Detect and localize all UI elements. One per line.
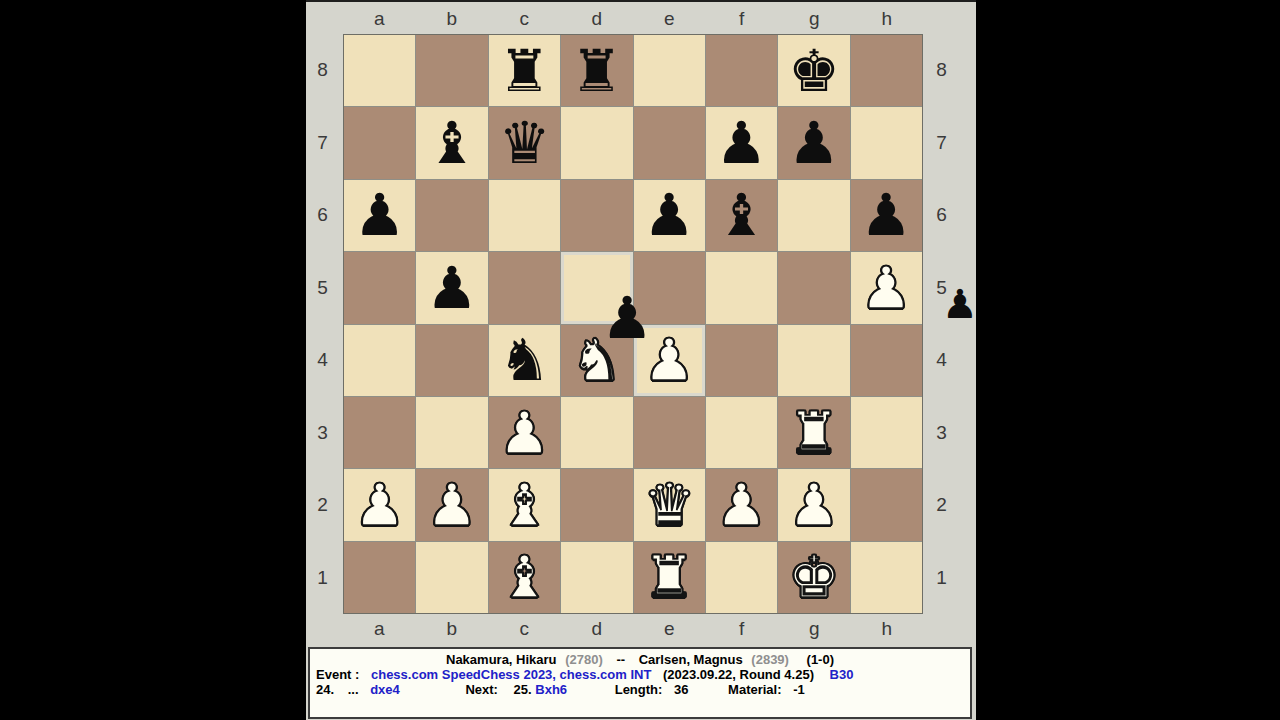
file-label-f: f [706, 616, 779, 642]
white-pawn-b2[interactable]: ♟ [426, 476, 478, 534]
white-king-g1[interactable]: ♚ [788, 548, 840, 606]
square-g4[interactable] [778, 325, 849, 396]
black-pawn-b5[interactable]: ♟ [426, 259, 478, 317]
square-f6[interactable]: ♝ [706, 180, 777, 251]
square-b1[interactable] [416, 542, 487, 613]
next-move-link[interactable]: Bxh6 [535, 682, 567, 697]
file-label-c: c [488, 6, 561, 32]
black-pawn-e6[interactable]: ♟ [643, 186, 695, 244]
move-ellipsis: ... [348, 682, 359, 697]
rank-label-8: 8 [306, 34, 339, 107]
file-label-c: c [488, 616, 561, 642]
file-label-f: f [706, 6, 779, 32]
black-king-g8[interactable]: ♚ [788, 42, 840, 100]
square-a5[interactable] [344, 252, 415, 323]
square-h7[interactable] [851, 107, 922, 178]
black-pawn-a6[interactable]: ♟ [354, 186, 406, 244]
rank-label-7: 7 [306, 107, 339, 180]
square-c1[interactable]: ♝ [489, 542, 560, 613]
players-separator: -- [616, 652, 625, 667]
square-a2[interactable]: ♟ [344, 469, 415, 540]
black-queen-c7[interactable]: ♛ [498, 114, 550, 172]
black-player-name: Carlsen, Magnus [639, 652, 743, 667]
captured-black-pawn-icon: ♟ [942, 284, 978, 324]
white-player-name: Nakamura, Hikaru [446, 652, 557, 667]
rank-label-4: 4 [306, 324, 339, 397]
file-label-g: g [778, 6, 851, 32]
black-pawn-g7[interactable]: ♟ [788, 114, 840, 172]
white-pawn-a2[interactable]: ♟ [354, 476, 406, 534]
square-f1[interactable] [706, 542, 777, 613]
event-details: (2023.09.22, Round 4.25) [663, 667, 814, 682]
square-f8[interactable] [706, 35, 777, 106]
file-label-d: d [561, 6, 634, 32]
file-label-a: a [343, 6, 416, 32]
square-d2[interactable] [561, 469, 632, 540]
square-h1[interactable] [851, 542, 922, 613]
white-pawn-h5[interactable]: ♟ [860, 259, 912, 317]
captured-material-tray: ♟ [940, 282, 980, 326]
rank-label-3: 3 [925, 397, 958, 470]
black-player-rating: (2839) [751, 652, 789, 667]
rank-label-1: 1 [925, 542, 958, 615]
square-g1[interactable]: ♚ [778, 542, 849, 613]
players-line: Nakamura, Hikaru (2780) -- Carlsen, Magn… [310, 652, 970, 667]
black-rook-c8[interactable]: ♜ [498, 42, 550, 100]
square-h6[interactable]: ♟ [851, 180, 922, 251]
square-c5[interactable] [489, 252, 560, 323]
next-label: Next: [465, 682, 498, 697]
square-f4[interactable] [706, 325, 777, 396]
white-bishop-c1[interactable]: ♝ [498, 548, 550, 606]
file-label-b: b [416, 616, 489, 642]
length-value: 36 [674, 682, 688, 697]
white-rook-e1[interactable]: ♜ [643, 548, 695, 606]
square-d8[interactable]: ♜ [561, 35, 632, 106]
square-c2[interactable]: ♝ [489, 469, 560, 540]
eco-code-link[interactable]: B30 [830, 667, 854, 682]
square-h4[interactable] [851, 325, 922, 396]
square-b5[interactable]: ♟ [416, 252, 487, 323]
square-b7[interactable]: ♝ [416, 107, 487, 178]
white-player-rating: (2780) [565, 652, 603, 667]
game-result: (1-0) [807, 652, 834, 667]
square-f3[interactable] [706, 397, 777, 468]
square-e8[interactable] [634, 35, 705, 106]
square-e6[interactable]: ♟ [634, 180, 705, 251]
file-label-e: e [633, 616, 706, 642]
square-c4[interactable]: ♞ [489, 325, 560, 396]
square-b6[interactable] [416, 180, 487, 251]
material-value: -1 [793, 682, 805, 697]
event-line: Event : chess.com SpeedChess 2023, chess… [310, 667, 970, 682]
square-h8[interactable] [851, 35, 922, 106]
last-move-link[interactable]: dxe4 [370, 682, 400, 697]
game-info-panel: Nakamura, Hikaru (2780) -- Carlsen, Magn… [308, 647, 972, 719]
square-a3[interactable] [344, 397, 415, 468]
square-e2[interactable]: ♛ [634, 469, 705, 540]
rank-label-6: 6 [925, 179, 958, 252]
square-g6[interactable] [778, 180, 849, 251]
square-d7[interactable] [561, 107, 632, 178]
rank-label-3: 3 [306, 397, 339, 470]
square-d1[interactable] [561, 542, 632, 613]
length-label: Length: [615, 682, 663, 697]
square-g7[interactable]: ♟ [778, 107, 849, 178]
event-label: Event : [316, 667, 359, 682]
rank-label-8: 8 [925, 34, 958, 107]
move-status-line: 24. ... dxe4 Next: 25. Bxh6 Length: 36 M… [310, 682, 970, 697]
square-b4[interactable] [416, 325, 487, 396]
rank-label-6: 6 [306, 179, 339, 252]
rank-label-2: 2 [925, 469, 958, 542]
black-pawn-f7[interactable]: ♟ [716, 114, 768, 172]
square-a6[interactable]: ♟ [344, 180, 415, 251]
square-a7[interactable] [344, 107, 415, 178]
moving-black-pawn[interactable]: ♟ [601, 289, 653, 347]
square-g8[interactable]: ♚ [778, 35, 849, 106]
black-bishop-b7[interactable]: ♝ [426, 114, 478, 172]
file-label-d: d [561, 616, 634, 642]
material-label: Material: [728, 682, 781, 697]
square-f5[interactable] [706, 252, 777, 323]
square-b8[interactable] [416, 35, 487, 106]
file-label-e: e [633, 6, 706, 32]
next-move-number: 25. [514, 682, 532, 697]
rank-label-7: 7 [925, 107, 958, 180]
file-labels-top: abcdefgh [343, 6, 923, 32]
black-rook-d8[interactable]: ♜ [571, 42, 623, 100]
square-a8[interactable] [344, 35, 415, 106]
file-label-h: h [851, 616, 924, 642]
square-b2[interactable]: ♟ [416, 469, 487, 540]
chess-board[interactable]: ♜♜♚♝♛♟♟♟♟♝♟♟♟♞♞♟♟♜♟♟♝♛♟♟♝♜♚♟ [343, 34, 923, 614]
square-h3[interactable] [851, 397, 922, 468]
event-name-link[interactable]: chess.com SpeedChess 2023, chess.com INT [371, 667, 651, 682]
move-number: 24. [316, 682, 334, 697]
file-label-a: a [343, 616, 416, 642]
file-labels-bottom: abcdefgh [343, 616, 923, 642]
square-b3[interactable] [416, 397, 487, 468]
video-frame: abcdefgh 87654321 ♜♜♚♝♛♟♟♟♟♝♟♟♟♞♞♟♟♜♟♟♝♛… [306, 0, 976, 720]
file-label-g: g [778, 616, 851, 642]
file-label-h: h [851, 6, 924, 32]
white-pawn-g2[interactable]: ♟ [788, 476, 840, 534]
rank-label-5: 5 [306, 252, 339, 325]
file-label-b: b [416, 6, 489, 32]
square-d3[interactable] [561, 397, 632, 468]
square-e1[interactable]: ♜ [634, 542, 705, 613]
square-h2[interactable] [851, 469, 922, 540]
square-c8[interactable]: ♜ [489, 35, 560, 106]
square-c6[interactable] [489, 180, 560, 251]
square-f2[interactable]: ♟ [706, 469, 777, 540]
square-h5[interactable]: ♟ [851, 252, 922, 323]
square-g5[interactable] [778, 252, 849, 323]
square-e3[interactable] [634, 397, 705, 468]
rank-label-2: 2 [306, 469, 339, 542]
square-a4[interactable] [344, 325, 415, 396]
square-f7[interactable]: ♟ [706, 107, 777, 178]
rank-label-1: 1 [306, 542, 339, 615]
square-g2[interactable]: ♟ [778, 469, 849, 540]
rank-labels-left: 87654321 [306, 34, 339, 614]
square-c7[interactable]: ♛ [489, 107, 560, 178]
rank-label-4: 4 [925, 324, 958, 397]
square-d6[interactable] [561, 180, 632, 251]
white-pawn-f2[interactable]: ♟ [716, 476, 768, 534]
square-e7[interactable] [634, 107, 705, 178]
white-rook-g3[interactable]: ♜ [788, 404, 840, 462]
white-pawn-c3[interactable]: ♟ [498, 404, 550, 462]
white-bishop-c2[interactable]: ♝ [498, 476, 550, 534]
black-pawn-h6[interactable]: ♟ [860, 186, 912, 244]
black-bishop-f6[interactable]: ♝ [716, 186, 768, 244]
square-g3[interactable]: ♜ [778, 397, 849, 468]
white-queen-e2[interactable]: ♛ [643, 476, 695, 534]
square-a1[interactable] [344, 542, 415, 613]
black-knight-c4[interactable]: ♞ [498, 331, 550, 389]
square-c3[interactable]: ♟ [489, 397, 560, 468]
